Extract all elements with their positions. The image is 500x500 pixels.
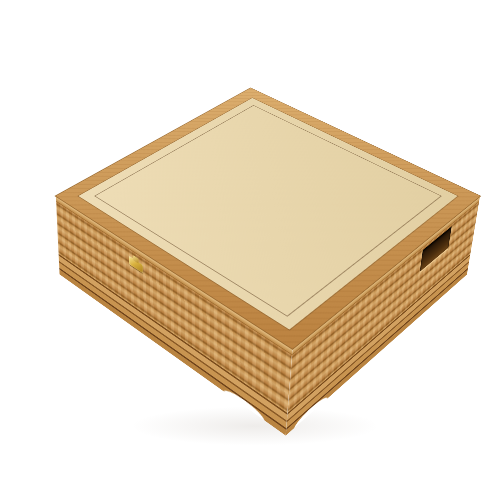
chess-box-photo [0, 0, 500, 500]
pieces-layer [0, 0, 500, 500]
